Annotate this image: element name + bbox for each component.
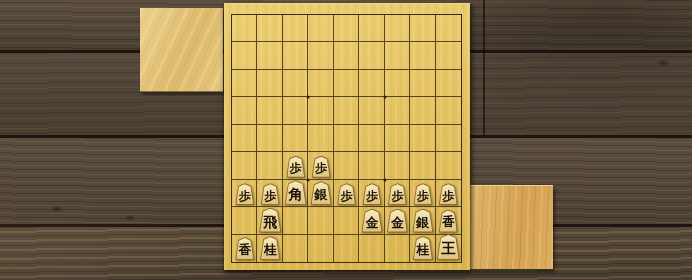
piece-face: 歩 [313,157,330,177]
piece-face: 歩 [262,184,279,204]
board-cell[interactable] [308,125,333,152]
piece-kanji: 香 [238,241,251,257]
board-cell[interactable] [283,42,308,69]
piece-kanji: 歩 [391,187,403,202]
piece-kanji: 歩 [341,187,353,202]
shogi-piece-pawn[interactable]: 歩 [439,183,458,205]
board-cell[interactable] [410,97,435,124]
shogi-piece-pawn[interactable]: 歩 [261,183,280,205]
piece-body: 歩 [261,183,280,205]
shogi-piece-pawn[interactable]: 歩 [286,156,305,178]
piece-kanji: 王 [441,238,456,256]
shogi-piece-knight[interactable]: 桂 [260,236,280,260]
board-cell[interactable] [334,152,359,179]
board-cell[interactable] [283,235,308,262]
board-cell[interactable] [283,125,308,152]
shogi-piece-lance[interactable]: 香 [439,210,458,233]
board-cell[interactable] [232,207,257,234]
board-cell[interactable] [410,152,435,179]
board-cell[interactable] [308,207,333,234]
piece-kanji: 桂 [264,240,277,256]
piece-body: 飛 [259,208,281,233]
board-cell[interactable] [283,97,308,124]
board-cell[interactable] [385,235,410,262]
piece-face: 桂 [261,237,279,259]
board-cell[interactable] [334,70,359,97]
board-cell[interactable] [257,152,282,179]
piece-body: 香 [235,237,254,260]
board-cell[interactable] [359,97,384,124]
piece-face: 香 [236,238,253,259]
board-cell[interactable] [359,125,384,152]
board-cell[interactable] [359,70,384,97]
board-cell[interactable] [385,152,410,179]
piece-face: 歩 [414,184,431,204]
piece-body: 歩 [388,183,407,205]
piece-face: 歩 [363,184,380,204]
hoshi-dot [307,178,310,181]
board-cell[interactable] [334,235,359,262]
shogi-piece-pawn[interactable]: 歩 [235,183,254,205]
piece-kanji: 歩 [264,187,276,202]
board-cell[interactable] [308,235,333,262]
piece-face: 歩 [389,184,406,204]
piece-kanji: 歩 [239,187,251,202]
shogi-piece-knight[interactable]: 桂 [413,236,433,260]
board-cell[interactable] [283,15,308,42]
shogi-piece-pawn[interactable]: 歩 [312,156,331,178]
board-cell[interactable] [410,42,435,69]
board-cell[interactable] [385,125,410,152]
board-cell[interactable] [334,15,359,42]
board-cell[interactable] [308,97,333,124]
piece-face: 香 [440,211,457,232]
board-cell[interactable] [334,207,359,234]
piece-face: 歩 [287,157,304,177]
board-cell[interactable] [436,152,461,179]
piece-kanji: 歩 [442,187,454,202]
piece-kanji: 歩 [366,187,378,202]
board-cell[interactable] [359,152,384,179]
board-cell[interactable] [232,70,257,97]
board-cell[interactable] [410,70,435,97]
piece-body: 王 [437,234,460,260]
piece-body: 香 [439,210,458,233]
piece-body: 金 [387,209,408,233]
komadai-right [470,185,553,269]
piece-kanji: 銀 [315,185,328,201]
board-cell[interactable] [385,70,410,97]
piece-face: 飛 [260,209,280,232]
shogi-board: 歩歩歩歩角銀歩歩歩歩歩飛金金銀香香桂桂王 [224,3,470,270]
komadai-left [140,8,223,92]
board-cell[interactable] [334,125,359,152]
piece-body: 歩 [312,156,331,178]
piece-face: 歩 [236,184,253,204]
shogi-piece-lance[interactable]: 香 [235,237,254,260]
piece-body: 銀 [412,209,433,233]
piece-face: 角 [286,181,306,204]
piece-kanji: 金 [365,213,378,229]
board-cell[interactable] [257,42,282,69]
piece-kanji: 飛 [263,212,277,229]
board-cell[interactable] [308,42,333,69]
hoshi-dot [383,178,386,181]
board-cell[interactable] [257,97,282,124]
shogi-piece-pawn[interactable]: 歩 [388,183,407,205]
piece-face: 銀 [413,210,432,232]
board-cell[interactable] [436,97,461,124]
board-cell[interactable] [232,125,257,152]
board-cell[interactable] [410,15,435,42]
piece-face: 王 [438,235,459,259]
piece-kanji: 桂 [416,240,429,256]
board-cell[interactable] [436,42,461,69]
shogi-piece-pawn[interactable]: 歩 [362,183,381,205]
piece-face: 金 [388,210,407,232]
shogi-scene: 歩歩歩歩角銀歩歩歩歩歩飛金金銀香香桂桂王 [0,0,692,280]
shogi-piece-silver[interactable]: 銀 [412,209,433,233]
hoshi-dot [383,96,386,99]
board-cell[interactable] [257,125,282,152]
piece-body: 銀 [311,181,332,205]
piece-body: 歩 [439,183,458,205]
piece-body: 金 [361,209,382,233]
shogi-piece-pawn[interactable]: 歩 [337,183,356,205]
board-grid: 歩歩歩歩角銀歩歩歩歩歩飛金金銀香香桂桂王 [231,14,462,263]
piece-kanji: 銀 [416,213,429,229]
piece-body: 歩 [413,183,432,205]
board-cell[interactable] [410,125,435,152]
piece-face: 銀 [312,182,331,204]
board-cell[interactable] [308,70,333,97]
piece-face: 歩 [338,184,355,204]
shogi-piece-bishop[interactable]: 角 [285,180,307,205]
piece-body: 桂 [260,236,280,260]
board-cell[interactable] [232,152,257,179]
hoshi-dot [307,96,310,99]
piece-body: 角 [285,180,307,205]
board-cell[interactable] [283,207,308,234]
board-cell[interactable] [232,97,257,124]
board-cell[interactable] [385,15,410,42]
board-cell[interactable] [436,70,461,97]
board-cell[interactable] [334,42,359,69]
shogi-piece-rook[interactable]: 飛 [259,208,281,233]
piece-kanji: 角 [289,184,303,201]
board-cell[interactable] [232,15,257,42]
board-cell[interactable] [232,42,257,69]
piece-body: 歩 [286,156,305,178]
piece-kanji: 香 [442,213,455,229]
plank-seam-vertical [483,0,485,137]
board-cell[interactable] [436,125,461,152]
shogi-piece-gold[interactable]: 金 [387,209,408,233]
board-cell[interactable] [385,97,410,124]
board-cell[interactable] [334,97,359,124]
piece-body: 歩 [337,183,356,205]
board-cell[interactable] [257,70,282,97]
piece-body: 桂 [413,236,433,260]
board-cell[interactable] [436,15,461,42]
piece-face: 金 [362,210,381,232]
piece-kanji: 歩 [290,159,302,174]
board-cell[interactable] [385,42,410,69]
shogi-piece-gold[interactable]: 金 [361,209,382,233]
piece-kanji: 金 [391,213,404,229]
board-cell[interactable] [359,235,384,262]
piece-face: 桂 [414,237,432,259]
piece-body: 歩 [362,183,381,205]
board-cell[interactable] [257,15,282,42]
piece-kanji: 歩 [417,187,429,202]
board-cell[interactable] [359,42,384,69]
board-cell[interactable] [283,70,308,97]
shogi-piece-pawn[interactable]: 歩 [413,183,432,205]
board-cell[interactable] [308,15,333,42]
board-cell[interactable] [359,15,384,42]
piece-body: 歩 [235,183,254,205]
shogi-piece-silver[interactable]: 銀 [311,181,332,205]
piece-kanji: 歩 [315,159,327,174]
shogi-piece-king[interactable]: 王 [437,234,460,260]
piece-face: 歩 [440,184,457,204]
